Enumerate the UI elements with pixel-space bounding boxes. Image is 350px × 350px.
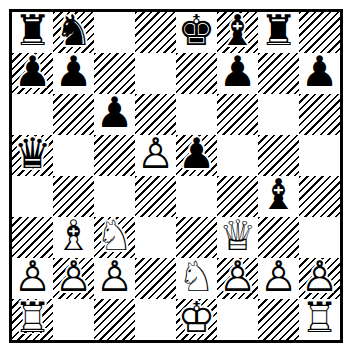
square-d1[interactable]	[135, 299, 176, 340]
piece-black-queen[interactable]: ♛	[12, 135, 53, 176]
white-pawn-outline-icon: ♙	[299, 256, 340, 297]
square-c8[interactable]	[94, 12, 135, 53]
square-b6[interactable]	[53, 94, 94, 135]
square-a4[interactable]	[12, 176, 53, 217]
square-c2[interactable]: ♟♙	[94, 258, 135, 299]
square-c1[interactable]	[94, 299, 135, 340]
square-a7[interactable]: ♟	[12, 53, 53, 94]
square-d4[interactable]	[135, 176, 176, 217]
square-h6[interactable]	[299, 94, 340, 135]
square-a1[interactable]: ♜♖	[12, 299, 53, 340]
piece-black-pawn[interactable]: ♟	[217, 53, 258, 94]
black-pawn-icon: ♟	[299, 51, 340, 92]
white-pawn-outline-icon: ♙	[258, 256, 299, 297]
white-rook-outline-icon: ♖	[12, 297, 53, 338]
black-pawn-icon: ♟	[217, 51, 258, 92]
square-g4[interactable]: ♝	[258, 176, 299, 217]
square-c5[interactable]	[94, 135, 135, 176]
square-f5[interactable]	[217, 135, 258, 176]
white-king-outline-icon: ♔	[176, 297, 217, 338]
square-d2[interactable]	[135, 258, 176, 299]
square-h5[interactable]	[299, 135, 340, 176]
square-a5[interactable]: ♛	[12, 135, 53, 176]
piece-white-pawn[interactable]: ♟♙	[258, 258, 299, 299]
black-knight-icon: ♞	[53, 10, 94, 51]
white-bishop-outline-icon: ♗	[53, 215, 94, 256]
chess-board: ♜♞♚♝♜♟♟♟♟♟♛♟♙♟♝♝♗♞♘♛♕♟♙♟♙♟♙♞♘♟♙♟♙♟♙♜♖♚♔♜…	[9, 9, 343, 343]
piece-black-bishop[interactable]: ♝	[258, 176, 299, 217]
square-g2[interactable]: ♟♙	[258, 258, 299, 299]
black-pawn-icon: ♟	[94, 92, 135, 133]
square-f2[interactable]: ♟♙	[217, 258, 258, 299]
black-king-icon: ♚	[176, 10, 217, 51]
square-f1[interactable]	[217, 299, 258, 340]
piece-white-pawn[interactable]: ♟♙	[53, 258, 94, 299]
piece-white-pawn[interactable]: ♟♙	[135, 135, 176, 176]
piece-black-pawn[interactable]: ♟	[12, 53, 53, 94]
piece-black-pawn[interactable]: ♟	[94, 94, 135, 135]
piece-white-rook[interactable]: ♜♖	[12, 299, 53, 340]
square-d5[interactable]: ♟♙	[135, 135, 176, 176]
piece-white-rook[interactable]: ♜♖	[299, 299, 340, 340]
square-g7[interactable]	[258, 53, 299, 94]
piece-black-pawn[interactable]: ♟	[299, 53, 340, 94]
piece-black-pawn[interactable]: ♟	[53, 53, 94, 94]
square-e7[interactable]	[176, 53, 217, 94]
square-e4[interactable]	[176, 176, 217, 217]
piece-white-pawn[interactable]: ♟♙	[217, 258, 258, 299]
square-g1[interactable]	[258, 299, 299, 340]
black-bishop-icon: ♝	[217, 10, 258, 51]
square-e1[interactable]: ♚♔	[176, 299, 217, 340]
piece-white-pawn[interactable]: ♟♙	[94, 258, 135, 299]
square-b7[interactable]: ♟	[53, 53, 94, 94]
black-rook-icon: ♜	[258, 10, 299, 51]
square-e8[interactable]: ♚	[176, 12, 217, 53]
square-d3[interactable]	[135, 217, 176, 258]
black-queen-icon: ♛	[12, 133, 53, 174]
white-knight-outline-icon: ♘	[176, 256, 217, 297]
white-knight-outline-icon: ♘	[94, 215, 135, 256]
square-g6[interactable]	[258, 94, 299, 135]
white-pawn-outline-icon: ♙	[53, 256, 94, 297]
square-f6[interactable]	[217, 94, 258, 135]
white-pawn-outline-icon: ♙	[12, 256, 53, 297]
square-c6[interactable]: ♟	[94, 94, 135, 135]
piece-white-king[interactable]: ♚♔	[176, 299, 217, 340]
white-pawn-outline-icon: ♙	[94, 256, 135, 297]
white-queen-outline-icon: ♕	[217, 215, 258, 256]
square-b1[interactable]	[53, 299, 94, 340]
square-f7[interactable]: ♟	[217, 53, 258, 94]
square-e5[interactable]: ♟	[176, 135, 217, 176]
square-b5[interactable]	[53, 135, 94, 176]
piece-black-pawn[interactable]: ♟	[176, 135, 217, 176]
black-bishop-icon: ♝	[258, 174, 299, 215]
black-pawn-icon: ♟	[53, 51, 94, 92]
square-d8[interactable]	[135, 12, 176, 53]
square-d7[interactable]	[135, 53, 176, 94]
piece-black-rook[interactable]: ♜	[258, 12, 299, 53]
piece-black-king[interactable]: ♚	[176, 12, 217, 53]
black-pawn-icon: ♟	[176, 133, 217, 174]
black-rook-icon: ♜	[12, 10, 53, 51]
white-pawn-outline-icon: ♙	[217, 256, 258, 297]
square-b2[interactable]: ♟♙	[53, 258, 94, 299]
square-h7[interactable]: ♟	[299, 53, 340, 94]
white-pawn-outline-icon: ♙	[135, 133, 176, 174]
white-rook-outline-icon: ♖	[299, 297, 340, 338]
square-g8[interactable]: ♜	[258, 12, 299, 53]
square-h1[interactable]: ♜♖	[299, 299, 340, 340]
black-pawn-icon: ♟	[12, 51, 53, 92]
square-h4[interactable]	[299, 176, 340, 217]
